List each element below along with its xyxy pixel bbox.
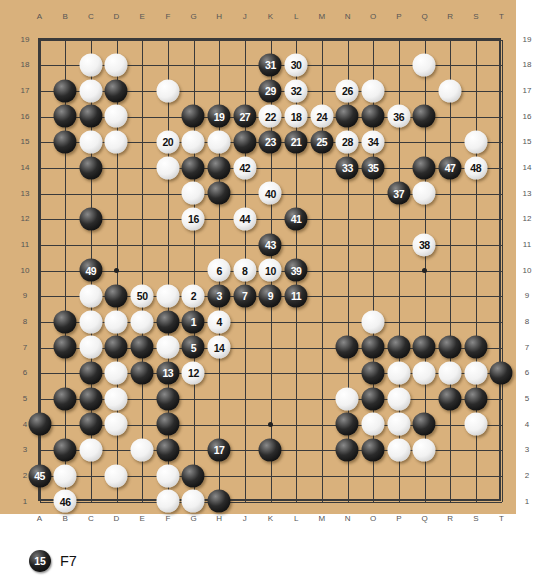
coord-label-right: 5 [525, 395, 529, 403]
board-cell [360, 78, 386, 104]
board-cell [181, 437, 207, 463]
black-stone [413, 336, 436, 359]
board-cell [386, 360, 412, 386]
board-cell [258, 412, 284, 438]
board-cell [360, 206, 386, 232]
white-stone: 18 [285, 105, 308, 128]
black-stone: 9 [259, 285, 282, 308]
board-cell: 40 [258, 181, 284, 207]
move-number: 49 [85, 265, 96, 276]
black-stone [362, 336, 385, 359]
board-cell [258, 489, 284, 515]
coord-label-right: 3 [525, 446, 529, 454]
board-cell [437, 412, 463, 438]
board-cell [181, 78, 207, 104]
white-stone [105, 387, 128, 410]
white-stone: 14 [208, 336, 231, 359]
board-cell [27, 489, 53, 515]
white-stone: 4 [208, 310, 231, 333]
white-stone [464, 413, 487, 436]
board-cell [155, 386, 181, 412]
board-cell [129, 181, 155, 207]
black-stone: 43 [259, 233, 282, 256]
coord-label-bottom: M [319, 515, 326, 523]
board-cell [489, 232, 515, 258]
white-stone [413, 439, 436, 462]
black-stone [79, 362, 102, 385]
board-cell [335, 206, 361, 232]
black-stone [105, 285, 128, 308]
board-cell [78, 104, 104, 130]
black-stone [28, 413, 51, 436]
board-cell [360, 232, 386, 258]
board-cell [129, 412, 155, 438]
board-cell [412, 181, 438, 207]
board-cell [283, 181, 309, 207]
board-cell [155, 309, 181, 335]
board-cell [206, 412, 232, 438]
board-cell [27, 335, 53, 361]
board-cell [52, 386, 78, 412]
board-cell [155, 52, 181, 78]
board-cell [52, 206, 78, 232]
coord-label-right: 9 [525, 292, 529, 300]
coord-label-bottom: D [114, 515, 120, 523]
move-number: 26 [342, 86, 353, 97]
board-cell [309, 386, 335, 412]
board-cell [335, 104, 361, 130]
black-stone [336, 413, 359, 436]
white-stone: 24 [310, 105, 333, 128]
board-cell [52, 258, 78, 284]
coord-label-top: N [345, 13, 351, 21]
board-cell [437, 335, 463, 361]
board-cell [206, 360, 232, 386]
board-cell [283, 463, 309, 489]
board-cell [52, 360, 78, 386]
board-cell [437, 463, 463, 489]
board-cell [463, 27, 489, 53]
board-cell: 4 [206, 309, 232, 335]
black-stone [79, 156, 102, 179]
black-stone [156, 310, 179, 333]
move-number: 44 [239, 214, 250, 225]
board-cell [52, 309, 78, 335]
coord-label-bottom: B [62, 515, 67, 523]
board-cell [129, 335, 155, 361]
move-number: 46 [60, 496, 71, 507]
board-cell [232, 412, 258, 438]
board-cell [78, 309, 104, 335]
white-stone [387, 362, 410, 385]
coord-label-right: 16 [523, 113, 532, 121]
board-cell [386, 386, 412, 412]
black-stone: 39 [285, 259, 308, 282]
board-cell [155, 463, 181, 489]
board-cell [78, 129, 104, 155]
board-cell [489, 360, 515, 386]
board-cell [283, 309, 309, 335]
board-cell [206, 206, 232, 232]
board-cell [104, 78, 130, 104]
board-cell [386, 232, 412, 258]
board-cell [78, 27, 104, 53]
board-cell [155, 335, 181, 361]
board-cell [489, 437, 515, 463]
board-cell: 32 [283, 78, 309, 104]
board-cell [104, 232, 130, 258]
board-cell [78, 78, 104, 104]
coord-label-right: 7 [525, 344, 529, 352]
white-stone [182, 490, 205, 513]
black-stone: 49 [79, 259, 102, 282]
board-cell [463, 232, 489, 258]
board-cell [129, 489, 155, 515]
board-cell [489, 309, 515, 335]
board-cell [309, 437, 335, 463]
board-cell [283, 489, 309, 515]
black-stone: 27 [233, 105, 256, 128]
board-cell [78, 437, 104, 463]
board-cell [437, 104, 463, 130]
black-stone [362, 387, 385, 410]
black-stone: 5 [182, 336, 205, 359]
black-stone [233, 131, 256, 154]
board-cell [309, 78, 335, 104]
board-cell [181, 258, 207, 284]
board-cell [360, 386, 386, 412]
coord-label-bottom: H [216, 515, 222, 523]
board-cell [155, 155, 181, 181]
board-cell [206, 52, 232, 78]
board-cell [104, 463, 130, 489]
coord-label-bottom: P [396, 515, 401, 523]
white-stone [105, 54, 128, 77]
board-cell [283, 27, 309, 53]
black-stone [131, 362, 154, 385]
move-number: 41 [291, 214, 302, 225]
board-cell: 48 [463, 155, 489, 181]
black-stone: 7 [233, 285, 256, 308]
board-cell [52, 181, 78, 207]
black-stone [439, 336, 462, 359]
board-cell [52, 52, 78, 78]
board-cell [489, 206, 515, 232]
move-number: 37 [393, 188, 404, 199]
board-cell [206, 386, 232, 412]
board-cell [437, 181, 463, 207]
white-stone [131, 439, 154, 462]
board-cell [206, 232, 232, 258]
board-cell [463, 104, 489, 130]
move-number: 1 [191, 316, 196, 327]
board-cell [232, 335, 258, 361]
board-cell [258, 386, 284, 412]
board-cell [181, 155, 207, 181]
move-number: 8 [242, 265, 247, 276]
board-cell: 12 [181, 360, 207, 386]
white-stone [105, 362, 128, 385]
board-cell: 27 [232, 104, 258, 130]
board-cell [104, 27, 130, 53]
board-cell: 20 [155, 129, 181, 155]
coord-label-bottom: R [447, 515, 453, 523]
board-cell [181, 52, 207, 78]
coord-label-bottom: S [473, 515, 478, 523]
coord-label-bottom: G [190, 515, 196, 523]
move-number: 29 [265, 86, 276, 97]
board-cell [386, 129, 412, 155]
coord-label-top: M [319, 13, 326, 21]
board-cell [360, 437, 386, 463]
move-number: 10 [265, 265, 276, 276]
black-stone: 33 [336, 156, 359, 179]
board-cell [412, 78, 438, 104]
coord-label-right: 2 [525, 472, 529, 480]
board-cell [129, 104, 155, 130]
board-cell [283, 335, 309, 361]
board-cell [489, 129, 515, 155]
board-cell [78, 283, 104, 309]
board-cell [463, 463, 489, 489]
white-stone: 44 [233, 208, 256, 231]
board-cell [335, 335, 361, 361]
board-cell [78, 463, 104, 489]
board-cell [206, 27, 232, 53]
white-stone [362, 79, 385, 102]
white-stone [464, 131, 487, 154]
board-cell [335, 27, 361, 53]
board-cell: 49 [78, 258, 104, 284]
black-stone [156, 413, 179, 436]
board-cell [335, 489, 361, 515]
black-stone [208, 156, 231, 179]
move-number: 40 [265, 188, 276, 199]
black-stone [413, 156, 436, 179]
board-cell [386, 309, 412, 335]
move-number: 21 [291, 137, 302, 148]
move-number: 30 [291, 60, 302, 71]
board-cell [463, 52, 489, 78]
board-cell [283, 232, 309, 258]
board-cell: 10 [258, 258, 284, 284]
black-stone: 21 [285, 131, 308, 154]
board-cell: 7 [232, 283, 258, 309]
coord-label-bottom: C [88, 515, 94, 523]
black-stone [362, 439, 385, 462]
white-stone [387, 439, 410, 462]
black-stone [79, 208, 102, 231]
board-cell: 26 [335, 78, 361, 104]
board-cell [27, 104, 53, 130]
board-cell [386, 155, 412, 181]
board-cell [309, 360, 335, 386]
board-cell [309, 463, 335, 489]
coord-label-top: P [396, 13, 401, 21]
board-cell [489, 463, 515, 489]
white-stone [362, 310, 385, 333]
black-stone: 41 [285, 208, 308, 231]
board-cell: 45 [27, 463, 53, 489]
board-cell [412, 437, 438, 463]
coord-label-bottom: Q [421, 515, 427, 523]
board-cell [335, 283, 361, 309]
board-cell: 9 [258, 283, 284, 309]
board-cell [309, 155, 335, 181]
coord-label-top: E [140, 13, 145, 21]
board-cell [360, 489, 386, 515]
white-stone: 6 [208, 259, 231, 282]
black-stone: 3 [208, 285, 231, 308]
board-cell [52, 104, 78, 130]
board-cell [27, 206, 53, 232]
board-cell [78, 386, 104, 412]
board-cell [412, 27, 438, 53]
board-cell [27, 309, 53, 335]
white-stone [79, 54, 102, 77]
board-cell [309, 283, 335, 309]
coord-label-bottom: T [499, 515, 504, 523]
white-stone: 16 [182, 208, 205, 231]
white-stone [156, 156, 179, 179]
board-cell [155, 283, 181, 309]
black-stone [79, 413, 102, 436]
board-cell [463, 437, 489, 463]
board-cell [283, 386, 309, 412]
board-cell [412, 412, 438, 438]
move-number: 20 [162, 137, 173, 148]
black-stone [182, 464, 205, 487]
coord-label-top: A [37, 13, 42, 21]
move-number: 43 [265, 240, 276, 251]
board-cell [489, 104, 515, 130]
board-cell [232, 52, 258, 78]
move-number: 34 [368, 137, 379, 148]
board-cell [360, 181, 386, 207]
coord-label-top: O [370, 13, 376, 21]
move-number: 11 [291, 291, 301, 302]
white-stone [362, 413, 385, 436]
board-cell [78, 489, 104, 515]
board-cell: 36 [386, 104, 412, 130]
board-cell [258, 206, 284, 232]
coord-label-right: 13 [523, 190, 532, 198]
board-cell [283, 360, 309, 386]
board-cell [52, 27, 78, 53]
board-cell: 24 [309, 104, 335, 130]
move-number: 4 [216, 316, 221, 327]
white-stone [182, 131, 205, 154]
white-stone [105, 131, 128, 154]
black-stone [336, 105, 359, 128]
board-cell [489, 335, 515, 361]
board-cell [232, 386, 258, 412]
board-cell [386, 78, 412, 104]
board-cell [52, 78, 78, 104]
move-number: 3 [216, 291, 221, 302]
coord-label-bottom: K [268, 515, 273, 523]
white-stone: 40 [259, 182, 282, 205]
board-cell [52, 283, 78, 309]
white-stone: 34 [362, 131, 385, 154]
board-cell: 33 [335, 155, 361, 181]
white-stone [79, 310, 102, 333]
board-cell [129, 232, 155, 258]
black-stone [54, 79, 77, 102]
board-cell: 43 [258, 232, 284, 258]
coord-label-right: 12 [523, 215, 532, 223]
board-cell [27, 181, 53, 207]
board-cell [258, 27, 284, 53]
board-cell: 35 [360, 155, 386, 181]
board-cell [335, 309, 361, 335]
move-number: 6 [216, 265, 221, 276]
board-cell [463, 181, 489, 207]
black-stone: 17 [208, 439, 231, 462]
board-cell [78, 232, 104, 258]
board-cell [52, 412, 78, 438]
board-cell [489, 386, 515, 412]
white-stone [182, 182, 205, 205]
black-stone [208, 182, 231, 205]
move-number: 25 [316, 137, 327, 148]
caption-location: F7 [60, 553, 77, 569]
board-cell [309, 27, 335, 53]
board-cell [232, 360, 258, 386]
board-cell [463, 489, 489, 515]
board-cell: 25 [309, 129, 335, 155]
board-cell [335, 463, 361, 489]
black-stone [79, 387, 102, 410]
white-stone: 22 [259, 105, 282, 128]
board-cell [463, 258, 489, 284]
move-number: 14 [214, 342, 225, 353]
black-stone: 37 [387, 182, 410, 205]
board-cell [27, 360, 53, 386]
board-cell [437, 52, 463, 78]
board-cell [386, 335, 412, 361]
board-cell: 22 [258, 104, 284, 130]
board-cell [155, 437, 181, 463]
board-cell [360, 283, 386, 309]
board-cell [206, 181, 232, 207]
board-cell [27, 78, 53, 104]
coord-label-bottom: L [294, 515, 298, 523]
board-cell: 38 [412, 232, 438, 258]
board-cell [78, 335, 104, 361]
board-cell [27, 258, 53, 284]
coord-label-right: 1 [525, 498, 529, 506]
coord-label-bottom: O [370, 515, 376, 523]
move-number: 7 [242, 291, 247, 302]
black-stone [464, 336, 487, 359]
board-cell [412, 155, 438, 181]
board-cell [181, 463, 207, 489]
board-cell [104, 386, 130, 412]
board-cell [309, 489, 335, 515]
board-cell [104, 104, 130, 130]
board-cell [437, 232, 463, 258]
board-cell [489, 155, 515, 181]
board-cell [104, 489, 130, 515]
black-stone: 11 [285, 285, 308, 308]
white-stone [54, 464, 77, 487]
board-cell [360, 258, 386, 284]
white-stone [413, 182, 436, 205]
board-cell [335, 386, 361, 412]
board-cell [489, 489, 515, 515]
white-stone: 42 [233, 156, 256, 179]
